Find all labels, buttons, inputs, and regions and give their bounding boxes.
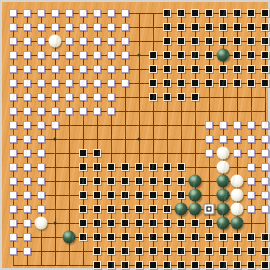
black-territory-marker[interactable] [132, 160, 146, 174]
black-territory-marker[interactable] [160, 230, 174, 244]
black-territory-marker-glyph [149, 191, 157, 199]
black-territory-marker[interactable] [216, 258, 230, 270]
black-territory-marker[interactable] [118, 188, 132, 202]
white-territory-marker[interactable] [244, 202, 258, 216]
black-territory-marker[interactable] [160, 20, 174, 34]
white-territory-marker[interactable] [20, 216, 34, 230]
white-territory-marker[interactable] [62, 90, 76, 104]
black-territory-marker[interactable] [244, 230, 258, 244]
black-territory-marker[interactable] [132, 202, 146, 216]
black-territory-marker[interactable] [188, 48, 202, 62]
white-territory-marker[interactable] [202, 132, 216, 146]
black-territory-marker[interactable] [146, 90, 160, 104]
black-territory-marker[interactable] [160, 160, 174, 174]
white-territory-marker[interactable] [104, 20, 118, 34]
black-territory-marker[interactable] [230, 48, 244, 62]
white-territory-marker[interactable] [6, 20, 20, 34]
black-territory-marker[interactable] [258, 230, 270, 244]
white-territory-marker[interactable] [20, 160, 34, 174]
black-stone[interactable] [216, 48, 230, 62]
black-territory-marker[interactable] [160, 6, 174, 20]
white-territory-marker[interactable] [258, 202, 270, 216]
white-territory-marker[interactable] [20, 202, 34, 216]
black-territory-marker[interactable] [230, 34, 244, 48]
white-territory-marker[interactable] [48, 20, 62, 34]
white-territory-marker-glyph [247, 121, 255, 129]
white-territory-marker[interactable] [62, 62, 76, 76]
black-territory-marker[interactable] [174, 90, 188, 104]
black-territory-marker[interactable] [188, 76, 202, 90]
white-territory-marker[interactable] [34, 146, 48, 160]
black-territory-marker[interactable] [146, 202, 160, 216]
white-territory-marker[interactable] [20, 244, 34, 258]
white-territory-marker[interactable] [90, 90, 104, 104]
white-territory-marker[interactable] [258, 118, 270, 132]
white-territory-marker[interactable] [34, 20, 48, 34]
black-territory-marker[interactable] [174, 216, 188, 230]
black-territory-marker[interactable] [188, 34, 202, 48]
black-territory-marker[interactable] [118, 202, 132, 216]
black-territory-marker[interactable] [258, 20, 270, 34]
white-territory-marker[interactable] [20, 76, 34, 90]
white-territory-marker[interactable] [90, 104, 104, 118]
white-territory-marker-glyph [51, 23, 59, 31]
white-territory-marker[interactable] [258, 132, 270, 146]
black-territory-marker[interactable] [174, 258, 188, 270]
black-territory-marker-glyph [79, 191, 87, 199]
white-territory-marker[interactable] [6, 216, 20, 230]
white-territory-marker[interactable] [76, 34, 90, 48]
white-territory-marker-glyph [9, 107, 17, 115]
white-territory-marker[interactable] [104, 104, 118, 118]
black-territory-marker[interactable] [76, 174, 90, 188]
white-territory-marker[interactable] [104, 34, 118, 48]
black-territory-marker[interactable] [146, 48, 160, 62]
black-territory-marker[interactable] [188, 62, 202, 76]
black-territory-marker[interactable] [188, 230, 202, 244]
black-territory-marker[interactable] [230, 76, 244, 90]
black-territory-marker[interactable] [90, 188, 104, 202]
white-territory-marker[interactable] [244, 188, 258, 202]
white-territory-marker[interactable] [34, 76, 48, 90]
white-territory-marker[interactable] [6, 118, 20, 132]
white-territory-marker[interactable] [244, 118, 258, 132]
black-territory-marker[interactable] [104, 216, 118, 230]
white-territory-marker[interactable] [6, 90, 20, 104]
white-territory-marker[interactable] [90, 62, 104, 76]
white-territory-marker[interactable] [244, 132, 258, 146]
go-app-window [0, 0, 270, 270]
white-territory-marker-glyph [51, 79, 59, 87]
black-stone[interactable] [174, 202, 188, 216]
white-stone[interactable] [216, 146, 230, 160]
white-territory-marker[interactable] [48, 90, 62, 104]
black-territory-marker[interactable] [202, 230, 216, 244]
black-stone[interactable] [216, 188, 230, 202]
black-territory-marker[interactable] [118, 216, 132, 230]
black-territory-marker[interactable] [244, 48, 258, 62]
board-intersections[interactable] [6, 6, 270, 270]
white-territory-marker[interactable] [76, 20, 90, 34]
black-territory-marker[interactable] [174, 20, 188, 34]
black-territory-marker[interactable] [188, 216, 202, 230]
black-territory-marker[interactable] [76, 160, 90, 174]
black-territory-marker[interactable] [160, 48, 174, 62]
white-territory-marker[interactable] [48, 118, 62, 132]
white-territory-marker[interactable] [48, 76, 62, 90]
white-territory-marker[interactable] [76, 6, 90, 20]
white-territory-marker[interactable] [118, 48, 132, 62]
black-territory-marker-glyph [135, 191, 143, 199]
black-territory-marker[interactable] [146, 62, 160, 76]
white-territory-marker[interactable] [6, 34, 20, 48]
black-territory-marker[interactable] [146, 230, 160, 244]
black-territory-marker[interactable] [216, 6, 230, 20]
black-territory-marker[interactable] [230, 258, 244, 270]
white-territory-marker[interactable] [34, 188, 48, 202]
black-stone[interactable] [188, 202, 202, 216]
white-territory-marker[interactable] [118, 76, 132, 90]
black-territory-marker[interactable] [202, 34, 216, 48]
white-territory-marker[interactable] [20, 20, 34, 34]
black-territory-marker[interactable] [132, 188, 146, 202]
black-territory-marker[interactable] [118, 160, 132, 174]
black-territory-marker[interactable] [202, 216, 216, 230]
black-territory-marker[interactable] [90, 230, 104, 244]
white-territory-marker[interactable] [230, 146, 244, 160]
white-territory-marker[interactable] [104, 6, 118, 20]
black-territory-marker[interactable] [118, 258, 132, 270]
white-territory-marker[interactable] [34, 104, 48, 118]
white-territory-marker[interactable] [20, 174, 34, 188]
black-territory-marker[interactable] [258, 244, 270, 258]
go-board[interactable] [0, 0, 270, 270]
white-territory-marker[interactable] [118, 62, 132, 76]
white-territory-marker[interactable] [6, 146, 20, 160]
white-territory-marker[interactable] [76, 76, 90, 90]
white-territory-marker[interactable] [6, 174, 20, 188]
black-territory-marker[interactable] [174, 174, 188, 188]
black-territory-marker[interactable] [160, 202, 174, 216]
black-territory-marker-glyph [163, 247, 171, 255]
white-territory-marker[interactable] [76, 62, 90, 76]
white-territory-marker[interactable] [6, 160, 20, 174]
black-territory-marker[interactable] [104, 244, 118, 258]
white-territory-marker[interactable] [20, 118, 34, 132]
white-territory-marker[interactable] [104, 90, 118, 104]
star-point [132, 132, 146, 146]
black-stone[interactable] [216, 216, 230, 230]
white-stone[interactable] [230, 174, 244, 188]
white-territory-marker[interactable] [20, 104, 34, 118]
black-territory-marker[interactable] [146, 76, 160, 90]
black-territory-marker[interactable] [104, 160, 118, 174]
white-stone[interactable] [216, 160, 230, 174]
black-territory-marker[interactable] [104, 258, 118, 270]
black-territory-marker[interactable] [258, 258, 270, 270]
white-territory-marker[interactable] [34, 6, 48, 20]
white-territory-marker[interactable] [90, 76, 104, 90]
black-territory-marker[interactable] [90, 174, 104, 188]
black-territory-marker[interactable] [118, 174, 132, 188]
black-territory-marker[interactable] [202, 48, 216, 62]
black-territory-marker[interactable] [174, 34, 188, 48]
white-territory-marker[interactable] [76, 48, 90, 62]
black-territory-marker[interactable] [146, 216, 160, 230]
white-territory-marker[interactable] [20, 188, 34, 202]
white-territory-marker[interactable] [216, 132, 230, 146]
black-territory-marker[interactable] [174, 160, 188, 174]
black-territory-marker[interactable] [216, 20, 230, 34]
white-territory-marker[interactable] [76, 90, 90, 104]
black-territory-marker[interactable] [258, 6, 270, 20]
black-territory-marker[interactable] [202, 244, 216, 258]
black-territory-marker[interactable] [104, 174, 118, 188]
white-stone[interactable] [230, 202, 244, 216]
black-territory-marker[interactable] [244, 20, 258, 34]
white-territory-marker[interactable] [258, 174, 270, 188]
black-territory-marker[interactable] [90, 202, 104, 216]
white-territory-marker[interactable] [34, 90, 48, 104]
black-territory-marker[interactable] [146, 174, 160, 188]
black-territory-marker[interactable] [76, 230, 90, 244]
white-territory-marker[interactable] [258, 160, 270, 174]
black-stone[interactable] [216, 202, 230, 216]
white-territory-marker[interactable] [34, 48, 48, 62]
black-territory-marker[interactable] [244, 244, 258, 258]
black-territory-marker[interactable] [230, 62, 244, 76]
black-territory-marker[interactable] [188, 258, 202, 270]
black-territory-marker[interactable] [244, 258, 258, 270]
white-territory-marker[interactable] [34, 174, 48, 188]
white-territory-marker[interactable] [62, 48, 76, 62]
white-territory-marker[interactable] [216, 118, 230, 132]
black-territory-marker[interactable] [216, 62, 230, 76]
black-territory-marker[interactable] [216, 34, 230, 48]
white-territory-marker[interactable] [48, 48, 62, 62]
black-territory-marker[interactable] [244, 6, 258, 20]
black-territory-marker[interactable] [76, 216, 90, 230]
white-territory-marker[interactable] [34, 118, 48, 132]
white-territory-marker[interactable] [48, 104, 62, 118]
white-territory-marker[interactable] [118, 34, 132, 48]
white-territory-marker-glyph [9, 191, 17, 199]
black-territory-marker[interactable] [174, 76, 188, 90]
black-territory-marker[interactable] [90, 244, 104, 258]
white-territory-marker-glyph [37, 23, 45, 31]
white-territory-marker-glyph [9, 51, 17, 59]
white-territory-marker[interactable] [202, 146, 216, 160]
black-territory-marker[interactable] [174, 244, 188, 258]
white-territory-marker[interactable] [118, 6, 132, 20]
black-territory-marker[interactable] [90, 160, 104, 174]
white-territory-marker[interactable] [90, 6, 104, 20]
black-territory-marker-glyph [107, 219, 115, 227]
white-territory-marker[interactable] [90, 48, 104, 62]
black-territory-marker[interactable] [244, 62, 258, 76]
white-territory-marker[interactable] [6, 202, 20, 216]
black-territory-marker[interactable] [118, 230, 132, 244]
black-territory-marker[interactable] [230, 6, 244, 20]
white-territory-marker[interactable] [34, 34, 48, 48]
white-territory-marker[interactable] [258, 146, 270, 160]
white-territory-marker[interactable] [6, 104, 20, 118]
white-territory-marker[interactable] [20, 146, 34, 160]
black-territory-marker[interactable] [244, 76, 258, 90]
marked-point[interactable] [202, 202, 216, 216]
black-territory-marker[interactable] [216, 244, 230, 258]
white-territory-marker[interactable] [258, 188, 270, 202]
black-territory-marker[interactable] [104, 202, 118, 216]
black-stone[interactable] [216, 174, 230, 188]
black-territory-marker[interactable] [160, 174, 174, 188]
white-territory-marker-glyph [121, 65, 129, 73]
white-territory-marker[interactable] [20, 62, 34, 76]
black-territory-marker[interactable] [258, 48, 270, 62]
white-territory-marker[interactable] [20, 6, 34, 20]
black-territory-marker[interactable] [216, 76, 230, 90]
black-territory-marker[interactable] [118, 244, 132, 258]
black-territory-marker[interactable] [90, 258, 104, 270]
black-territory-marker[interactable] [174, 188, 188, 202]
black-territory-marker[interactable] [90, 146, 104, 160]
white-territory-marker[interactable] [244, 174, 258, 188]
white-territory-marker[interactable] [230, 118, 244, 132]
black-territory-marker[interactable] [104, 230, 118, 244]
black-territory-marker[interactable] [160, 258, 174, 270]
black-territory-marker[interactable] [202, 6, 216, 20]
white-territory-marker[interactable] [34, 62, 48, 76]
black-territory-marker[interactable] [174, 230, 188, 244]
black-territory-marker[interactable] [258, 62, 270, 76]
black-territory-marker[interactable] [132, 230, 146, 244]
white-territory-marker[interactable] [20, 48, 34, 62]
black-territory-marker[interactable] [174, 48, 188, 62]
white-territory-marker[interactable] [6, 188, 20, 202]
white-territory-marker[interactable] [230, 132, 244, 146]
white-territory-marker[interactable] [6, 62, 20, 76]
black-territory-marker[interactable] [160, 244, 174, 258]
black-stone[interactable] [230, 216, 244, 230]
white-territory-marker[interactable] [104, 76, 118, 90]
black-territory-marker[interactable] [76, 188, 90, 202]
black-territory-marker[interactable] [160, 34, 174, 48]
black-territory-marker[interactable] [230, 230, 244, 244]
black-territory-marker[interactable] [216, 230, 230, 244]
white-territory-marker[interactable] [34, 160, 48, 174]
white-territory-marker[interactable] [244, 160, 258, 174]
white-territory-marker[interactable] [6, 230, 20, 244]
black-territory-marker[interactable] [202, 62, 216, 76]
white-territory-marker[interactable] [90, 34, 104, 48]
white-territory-marker[interactable] [104, 48, 118, 62]
white-territory-marker[interactable] [62, 34, 76, 48]
black-territory-marker[interactable] [104, 188, 118, 202]
white-territory-marker[interactable] [34, 132, 48, 146]
black-territory-marker[interactable] [146, 160, 160, 174]
white-territory-marker-glyph [247, 163, 255, 171]
black-territory-marker[interactable] [132, 216, 146, 230]
white-territory-marker[interactable] [48, 62, 62, 76]
white-territory-marker-glyph [93, 51, 101, 59]
white-territory-marker[interactable] [20, 90, 34, 104]
black-territory-marker[interactable] [258, 34, 270, 48]
white-territory-marker[interactable] [104, 62, 118, 76]
white-territory-marker[interactable] [62, 20, 76, 34]
black-territory-marker[interactable] [160, 90, 174, 104]
black-territory-marker[interactable] [244, 34, 258, 48]
black-territory-marker[interactable] [76, 146, 90, 160]
black-territory-marker[interactable] [188, 244, 202, 258]
black-territory-marker[interactable] [132, 244, 146, 258]
white-stone[interactable] [230, 188, 244, 202]
black-territory-marker[interactable] [146, 258, 160, 270]
white-territory-marker[interactable] [20, 34, 34, 48]
white-stone[interactable] [48, 34, 62, 48]
black-territory-marker[interactable] [174, 6, 188, 20]
white-territory-marker[interactable] [20, 132, 34, 146]
black-territory-marker[interactable] [230, 244, 244, 258]
white-territory-marker-glyph [93, 37, 101, 45]
white-stone[interactable] [34, 216, 48, 230]
white-territory-marker[interactable] [90, 20, 104, 34]
black-territory-marker[interactable] [132, 174, 146, 188]
white-territory-marker[interactable] [6, 132, 20, 146]
white-territory-marker[interactable] [6, 76, 20, 90]
black-territory-marker[interactable] [160, 216, 174, 230]
white-territory-marker[interactable] [244, 146, 258, 160]
black-territory-marker[interactable] [202, 258, 216, 270]
black-territory-marker[interactable] [188, 6, 202, 20]
black-territory-marker[interactable] [160, 188, 174, 202]
white-territory-marker[interactable] [6, 6, 20, 20]
white-territory-marker-glyph [219, 121, 227, 129]
white-territory-marker[interactable] [62, 6, 76, 20]
black-territory-marker[interactable] [188, 90, 202, 104]
white-territory-marker-glyph [51, 51, 59, 59]
black-territory-marker[interactable] [202, 76, 216, 90]
white-territory-marker[interactable] [6, 48, 20, 62]
black-territory-marker[interactable] [188, 20, 202, 34]
black-territory-marker[interactable] [160, 76, 174, 90]
black-territory-marker[interactable] [76, 202, 90, 216]
black-territory-marker[interactable] [160, 62, 174, 76]
white-territory-marker[interactable] [20, 230, 34, 244]
white-territory-marker[interactable] [202, 118, 216, 132]
black-territory-marker[interactable] [146, 244, 160, 258]
black-stone[interactable] [188, 188, 202, 202]
black-stone[interactable] [62, 230, 76, 244]
white-territory-marker[interactable] [6, 244, 20, 258]
white-territory-marker[interactable] [48, 6, 62, 20]
black-territory-marker[interactable] [174, 62, 188, 76]
black-territory-marker[interactable] [230, 20, 244, 34]
white-territory-marker[interactable] [62, 104, 76, 118]
white-territory-marker[interactable] [76, 104, 90, 118]
white-territory-marker-glyph [51, 121, 59, 129]
black-territory-marker[interactable] [146, 188, 160, 202]
black-territory-marker[interactable] [258, 76, 270, 90]
black-territory-marker[interactable] [90, 216, 104, 230]
black-stone[interactable] [188, 174, 202, 188]
white-territory-marker[interactable] [62, 76, 76, 90]
black-territory-marker-glyph [191, 23, 199, 31]
white-territory-marker[interactable] [34, 202, 48, 216]
white-territory-marker[interactable] [118, 20, 132, 34]
black-territory-marker[interactable] [132, 258, 146, 270]
black-territory-marker[interactable] [202, 20, 216, 34]
white-territory-marker-glyph [233, 149, 241, 157]
